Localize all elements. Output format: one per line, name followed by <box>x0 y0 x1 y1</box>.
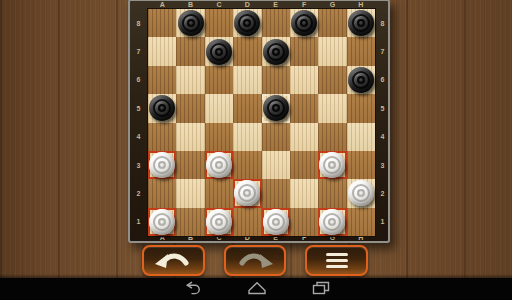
square-f6[interactable] <box>290 66 318 94</box>
white-piece-c3[interactable] <box>206 152 232 178</box>
redo-arrow-icon <box>235 249 275 272</box>
square-b2[interactable] <box>176 179 204 207</box>
file-label-f: F <box>290 1 318 9</box>
square-g1[interactable] <box>318 208 346 236</box>
game-toolbar <box>142 245 368 276</box>
square-f4[interactable] <box>290 123 318 151</box>
rank-label-4: 4 <box>130 123 147 151</box>
square-c1[interactable] <box>205 208 233 236</box>
square-a2[interactable] <box>148 179 176 207</box>
square-d1[interactable] <box>233 208 261 236</box>
square-c5[interactable] <box>205 94 233 122</box>
square-h1[interactable] <box>347 208 375 236</box>
rank-labels-right: 87654321 <box>376 9 389 236</box>
square-d3[interactable] <box>233 151 261 179</box>
rank-label-8: 8 <box>130 9 147 37</box>
black-piece-c7[interactable] <box>206 39 232 65</box>
black-piece-e5[interactable] <box>263 95 289 121</box>
board-grid <box>148 9 375 236</box>
white-piece-a3[interactable] <box>149 152 175 178</box>
square-c4[interactable] <box>205 123 233 151</box>
white-piece-d2[interactable] <box>234 180 260 206</box>
white-piece-a1[interactable] <box>149 209 175 235</box>
square-e4[interactable] <box>262 123 290 151</box>
square-d6[interactable] <box>233 66 261 94</box>
square-a1[interactable] <box>148 208 176 236</box>
square-g2[interactable] <box>318 179 346 207</box>
android-navigation-bar <box>0 278 512 300</box>
rank-label-1: 1 <box>376 208 389 236</box>
file-label-d: D <box>233 1 261 9</box>
home-icon <box>247 281 267 298</box>
square-h3[interactable] <box>347 151 375 179</box>
checkers-board: ABCDEFGH 87654321 87654321 ABCDEFGH <box>128 0 390 243</box>
black-piece-e7[interactable] <box>263 39 289 65</box>
square-b6[interactable] <box>176 66 204 94</box>
file-label-b: B <box>176 1 204 9</box>
white-piece-g3[interactable] <box>319 152 345 178</box>
square-b1[interactable] <box>176 208 204 236</box>
square-f3[interactable] <box>290 151 318 179</box>
rank-labels-left: 87654321 <box>130 9 147 236</box>
back-icon <box>183 281 202 298</box>
rank-label-7: 7 <box>130 37 147 65</box>
black-piece-a5[interactable] <box>149 95 175 121</box>
square-h6[interactable] <box>347 66 375 94</box>
rank-label-3: 3 <box>130 151 147 179</box>
recents-icon <box>312 281 330 298</box>
square-g6[interactable] <box>318 66 346 94</box>
square-b7[interactable] <box>176 37 204 65</box>
hamburger-menu-icon <box>326 253 348 269</box>
square-e2[interactable] <box>262 179 290 207</box>
square-a4[interactable] <box>148 123 176 151</box>
square-e6[interactable] <box>262 66 290 94</box>
square-c8[interactable] <box>205 9 233 37</box>
rank-label-8: 8 <box>376 9 389 37</box>
file-label-g: G <box>318 1 346 9</box>
square-a5[interactable] <box>148 94 176 122</box>
square-f1[interactable] <box>290 208 318 236</box>
rank-label-5: 5 <box>376 94 389 122</box>
rank-label-7: 7 <box>376 37 389 65</box>
square-g7[interactable] <box>318 37 346 65</box>
square-g5[interactable] <box>318 94 346 122</box>
square-d4[interactable] <box>233 123 261 151</box>
undo-arrow-icon <box>153 249 193 272</box>
white-piece-e1[interactable] <box>263 209 289 235</box>
square-d7[interactable] <box>233 37 261 65</box>
square-f7[interactable] <box>290 37 318 65</box>
black-piece-f8[interactable] <box>291 10 317 36</box>
undo-button[interactable] <box>142 245 205 276</box>
rank-label-1: 1 <box>130 208 147 236</box>
rank-label-6: 6 <box>130 66 147 94</box>
square-b4[interactable] <box>176 123 204 151</box>
rank-label-5: 5 <box>130 94 147 122</box>
menu-button[interactable] <box>305 245 368 276</box>
square-g8[interactable] <box>318 9 346 37</box>
square-d2[interactable] <box>233 179 261 207</box>
square-e5[interactable] <box>262 94 290 122</box>
black-piece-h8[interactable] <box>348 10 374 36</box>
white-piece-g1[interactable] <box>319 209 345 235</box>
rank-label-3: 3 <box>376 151 389 179</box>
square-c3[interactable] <box>205 151 233 179</box>
black-piece-h6[interactable] <box>348 67 374 93</box>
square-h8[interactable] <box>347 9 375 37</box>
square-g3[interactable] <box>318 151 346 179</box>
recents-button[interactable] <box>312 281 330 298</box>
square-a3[interactable] <box>148 151 176 179</box>
square-e7[interactable] <box>262 37 290 65</box>
square-h2[interactable] <box>347 179 375 207</box>
square-d5[interactable] <box>233 94 261 122</box>
square-h4[interactable] <box>347 123 375 151</box>
square-a8[interactable] <box>148 9 176 37</box>
square-d8[interactable] <box>233 9 261 37</box>
square-g4[interactable] <box>318 123 346 151</box>
file-label-e: E <box>262 1 290 9</box>
rank-label-6: 6 <box>376 66 389 94</box>
square-c7[interactable] <box>205 37 233 65</box>
screen: ABCDEFGH 87654321 87654321 ABCDEFGH <box>0 0 512 300</box>
square-b8[interactable] <box>176 9 204 37</box>
square-e3[interactable] <box>262 151 290 179</box>
file-label-c: C <box>205 1 233 9</box>
redo-button[interactable] <box>224 245 287 276</box>
square-c2[interactable] <box>205 179 233 207</box>
white-piece-h2[interactable] <box>348 180 374 206</box>
file-labels-top: ABCDEFGH <box>148 1 375 9</box>
rank-label-2: 2 <box>376 179 389 207</box>
rank-label-4: 4 <box>376 123 389 151</box>
file-label-h: H <box>347 1 375 9</box>
back-button[interactable] <box>183 281 202 298</box>
square-b5[interactable] <box>176 94 204 122</box>
square-f2[interactable] <box>290 179 318 207</box>
black-piece-b8[interactable] <box>178 10 204 36</box>
square-a6[interactable] <box>148 66 176 94</box>
home-button[interactable] <box>247 281 267 298</box>
square-h5[interactable] <box>347 94 375 122</box>
white-piece-c1[interactable] <box>206 209 232 235</box>
rank-label-2: 2 <box>130 179 147 207</box>
square-c6[interactable] <box>205 66 233 94</box>
square-h7[interactable] <box>347 37 375 65</box>
square-b3[interactable] <box>176 151 204 179</box>
square-e8[interactable] <box>262 9 290 37</box>
square-e1[interactable] <box>262 208 290 236</box>
black-piece-d8[interactable] <box>234 10 260 36</box>
square-f8[interactable] <box>290 9 318 37</box>
square-a7[interactable] <box>148 37 176 65</box>
square-f5[interactable] <box>290 94 318 122</box>
file-label-a: A <box>148 1 176 9</box>
